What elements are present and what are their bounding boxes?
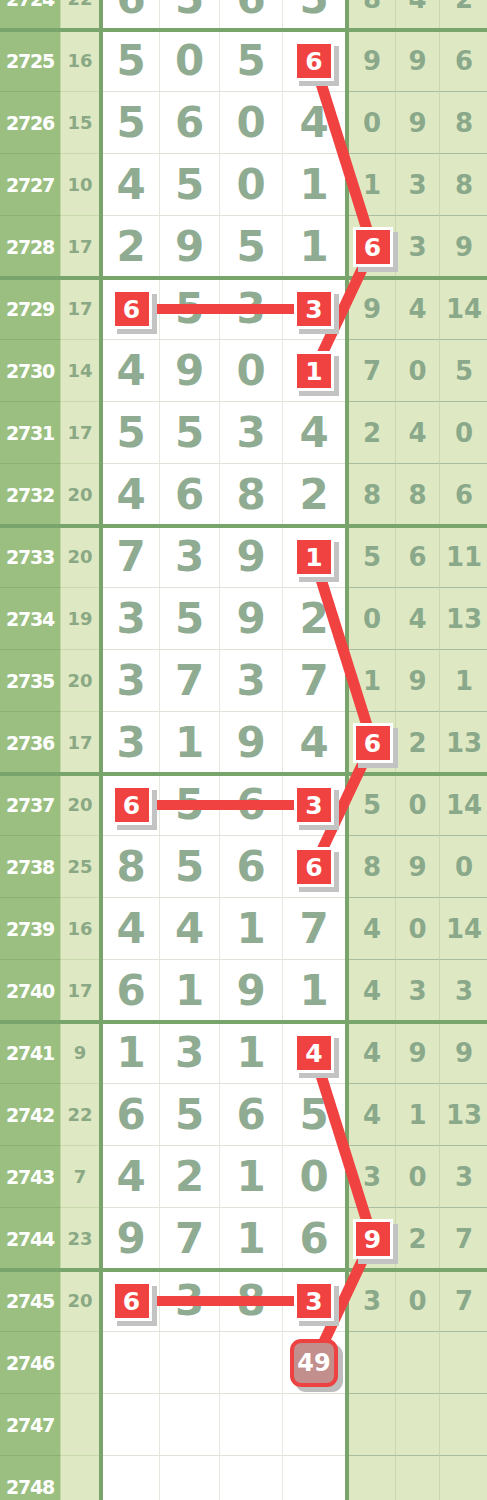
draw-number-cell: 2727 [0,154,61,216]
back-digit-cell [440,1456,487,1500]
back-digit-cell: 14 [440,278,487,340]
draw-number-cell: 2735 [0,650,61,712]
back-digit-cell: 4 [396,402,440,464]
hit-mark-box: 1 [294,537,334,577]
front-sum-cell [61,1394,99,1456]
front-digit-cell: 4 [103,898,160,960]
next-draw-box: 49 [290,1339,338,1387]
back-digit-cell: 2 [349,402,396,464]
front-sum-cell: 23 [61,1208,99,1270]
front-digit-cell: 7 [160,1208,220,1270]
front-digit-cell [103,1394,160,1456]
back-digit-cell: 6 [396,526,440,588]
front-digit-cell [283,1456,345,1500]
draw-number-cell: 2744 [0,1208,61,1270]
draw-number-cell: 2747 [0,1394,61,1456]
front-digit-cell: 5 [103,402,160,464]
front-digit-cell [160,1456,220,1500]
hit-mark-box: 6 [294,847,334,887]
back-digit-cell: 0 [396,1146,440,1208]
front-digit-cell: 4 [283,402,345,464]
lottery-trend-chart-screen: 2724226565842272516505699627261556040982… [0,0,487,1500]
front-digit-cell: 5 [160,774,220,836]
front-digit-cell: 0 [220,154,283,216]
front-digit-cell: 9 [160,216,220,278]
back-digit-cell: 6 [440,464,487,526]
draw-number-cell: 2726 [0,92,61,154]
front-digit-cell: 9 [220,712,283,774]
front-digit-cell: 5 [160,588,220,650]
hit-mark-box: 6 [294,41,334,81]
front-sum-cell: 17 [61,278,99,340]
back-digit-cell: 8 [396,464,440,526]
back-digit-cell [349,1394,396,1456]
front-digit-cell: 3 [160,526,220,588]
back-digit-cell: 0 [349,92,396,154]
front-digit-cell: 9 [220,588,283,650]
front-digit-cell: 8 [220,1270,283,1332]
back-digit-cell [440,1394,487,1456]
front-digit-cell [103,1332,160,1394]
front-digit-cell: 4 [160,898,220,960]
back-digit-cell [349,1332,396,1394]
back-digit-cell: 7 [349,340,396,402]
front-digit-cell: 3 [103,588,160,650]
front-digit-cell: 5 [160,278,220,340]
front-sum-cell: 20 [61,464,99,526]
back-digit-cell: 13 [440,1084,487,1146]
back-digit-cell: 0 [440,402,487,464]
draw-number-cell: 2725 [0,30,61,92]
draw-number-cell: 2724 [0,0,61,30]
front-digit-cell: 4 [103,154,160,216]
back-digit-cell [396,1456,440,1500]
draw-number-cell: 2732 [0,464,61,526]
hit-mark-box: 4 [294,1033,334,1073]
front-sum-cell [61,1456,99,1500]
back-digit-cell: 3 [440,1146,487,1208]
back-digit-cell: 9 [440,216,487,278]
back-digit-cell: 8 [440,92,487,154]
front-sum-cell: 22 [61,0,99,30]
front-digit-cell: 0 [160,30,220,92]
hit-mark-box: 6 [112,1281,152,1321]
draw-number-cell: 2745 [0,1270,61,1332]
hit-mark-box: 3 [294,785,334,825]
front-digit-cell: 5 [283,1084,345,1146]
front-sum-cell: 17 [61,216,99,278]
front-digit-cell: 8 [103,836,160,898]
front-digit-cell: 2 [160,1146,220,1208]
front-digit-cell: 4 [103,340,160,402]
back-digit-cell: 9 [349,30,396,92]
front-digit-cell [220,1456,283,1500]
front-sum-cell: 7 [61,1146,99,1208]
back-digit-cell: 1 [440,650,487,712]
back-digit-cell: 8 [440,154,487,216]
draw-number-cell: 2733 [0,526,61,588]
front-digit-cell: 1 [160,960,220,1022]
front-digit-cell: 0 [220,340,283,402]
front-digit-cell: 7 [283,898,345,960]
back-digit-cell: 0 [396,898,440,960]
front-digit-cell: 3 [220,402,283,464]
front-digit-cell: 5 [103,30,160,92]
front-sum-cell: 16 [61,30,99,92]
draw-number-cell: 2734 [0,588,61,650]
front-digit-cell: 9 [103,1208,160,1270]
front-digit-cell: 6 [160,92,220,154]
back-digit-cell: 3 [349,1146,396,1208]
back-digit-cell [396,1394,440,1456]
front-sum-cell: 17 [61,960,99,1022]
front-digit-cell: 6 [160,464,220,526]
draw-number-cell: 2738 [0,836,61,898]
front-digit-cell: 6 [103,0,160,30]
front-digit-cell: 6 [220,1084,283,1146]
front-digit-cell: 1 [283,960,345,1022]
front-digit-cell: 4 [283,92,345,154]
back-digit-cell: 1 [349,650,396,712]
draw-number-cell: 2730 [0,340,61,402]
front-digit-cell: 4 [283,712,345,774]
front-digit-cell: 2 [283,588,345,650]
back-digit-cell: 0 [396,1270,440,1332]
front-digit-cell: 1 [220,1146,283,1208]
front-digit-cell: 0 [283,1146,345,1208]
front-digit-cell: 7 [283,650,345,712]
back-digit-cell: 3 [349,1270,396,1332]
front-sum-cell: 10 [61,154,99,216]
hit-mark-box: 3 [294,289,334,329]
back-digit-cell: 2 [396,712,440,774]
front-digit-cell: 4 [103,1146,160,1208]
front-digit-cell: 3 [103,650,160,712]
front-digit-cell: 7 [103,526,160,588]
back-digit-cell: 0 [396,774,440,836]
front-digit-cell: 0 [220,92,283,154]
front-digit-cell: 5 [160,402,220,464]
back-digit-cell: 6 [440,30,487,92]
back-digit-cell: 9 [396,836,440,898]
back-digit-cell [440,1332,487,1394]
draw-number-cell: 2741 [0,1022,61,1084]
back-digit-cell: 9 [396,92,440,154]
group-separator [0,276,487,280]
front-sum-cell: 16 [61,898,99,960]
front-digit-cell: 5 [160,0,220,30]
front-digit-cell [160,1394,220,1456]
front-digit-cell [283,1394,345,1456]
front-sum-cell: 17 [61,712,99,774]
back-digit-cell: 8 [349,464,396,526]
draw-number-cell: 2746 [0,1332,61,1394]
front-digit-cell: 5 [220,30,283,92]
draw-number-cell: 2742 [0,1084,61,1146]
hit-mark-box: 1 [294,351,334,391]
draw-number-cell: 2748 [0,1456,61,1500]
front-digit-cell: 2 [103,216,160,278]
back-digit-cell [349,1456,396,1500]
back-digit-cell: 2 [440,0,487,30]
back-digit-cell: 2 [396,1208,440,1270]
front-digit-cell: 2 [283,464,345,526]
back-digit-cell: 9 [396,1022,440,1084]
front-sum-cell: 19 [61,588,99,650]
back-digit-cell: 11 [440,526,487,588]
draw-number-cell: 2729 [0,278,61,340]
front-sum-cell: 25 [61,836,99,898]
back-digit-cell: 4 [349,898,396,960]
front-digit-cell: 3 [220,650,283,712]
back-digit-cell: 0 [396,340,440,402]
front-digit-cell [160,1332,220,1394]
front-sum-cell: 14 [61,340,99,402]
draw-number-cell: 2728 [0,216,61,278]
back-digit-cell: 5 [440,340,487,402]
back-digit-cell: 5 [349,526,396,588]
back-digit-cell: 14 [440,774,487,836]
front-digit-cell: 3 [103,712,160,774]
hit-mark-box: 6 [112,785,152,825]
front-digit-cell: 5 [160,1084,220,1146]
draw-number-cell: 2737 [0,774,61,836]
front-digit-cell: 6 [103,1084,160,1146]
back-digit-cell: 3 [396,960,440,1022]
group-separator [0,1020,487,1024]
back-digit-cell: 4 [396,278,440,340]
front-sum-cell: 20 [61,774,99,836]
front-digit-cell: 9 [220,526,283,588]
back-digit-cell: 7 [440,1208,487,1270]
front-digit-cell: 1 [160,712,220,774]
front-digit-cell: 1 [220,898,283,960]
back-digit-cell: 0 [440,836,487,898]
front-digit-cell: 8 [220,464,283,526]
front-digit-cell: 6 [283,1208,345,1270]
back-digit-cell: 3 [396,154,440,216]
back-digit-cell: 1 [396,1084,440,1146]
hit-mark-box: 6 [353,227,393,267]
front-sum-cell: 9 [61,1022,99,1084]
back-digit-cell: 9 [349,278,396,340]
draw-number-cell: 2736 [0,712,61,774]
back-digit-cell: 13 [440,588,487,650]
front-sum-cell [61,1332,99,1394]
front-digit-cell: 9 [160,340,220,402]
hit-mark-box: 6 [353,723,393,763]
front-digit-cell: 5 [283,0,345,30]
draw-number-cell: 2740 [0,960,61,1022]
front-digit-cell [103,1456,160,1500]
front-digit-cell: 1 [220,1208,283,1270]
front-sum-cell: 20 [61,526,99,588]
draw-number-cell: 2739 [0,898,61,960]
back-digit-cell: 8 [349,836,396,898]
back-digit-cell: 7 [440,1270,487,1332]
front-digit-cell: 6 [220,774,283,836]
front-digit-cell [220,1332,283,1394]
front-digit-cell: 1 [103,1022,160,1084]
front-digit-cell: 6 [220,0,283,30]
back-digit-cell: 9 [440,1022,487,1084]
back-digit-cell: 8 [349,0,396,30]
front-sum-cell: 22 [61,1084,99,1146]
hit-mark-box: 6 [112,289,152,329]
front-digit-cell: 5 [160,836,220,898]
back-digit-cell: 4 [396,588,440,650]
back-digit-cell [396,1332,440,1394]
front-sum-cell: 20 [61,650,99,712]
front-sum-cell: 15 [61,92,99,154]
back-digit-cell: 4 [349,1084,396,1146]
front-digit-cell [220,1394,283,1456]
front-digit-cell: 5 [103,92,160,154]
group-separator [0,524,487,528]
front-digit-cell: 1 [283,154,345,216]
draw-number-cell: 2743 [0,1146,61,1208]
front-digit-cell: 7 [160,650,220,712]
front-digit-cell: 3 [160,1022,220,1084]
front-sum-cell: 17 [61,402,99,464]
group-separator [0,1268,487,1272]
back-digit-cell: 0 [349,588,396,650]
group-separator [0,28,487,32]
trend-table: 2724226565842272516505699627261556040982… [0,0,487,1500]
back-digit-cell: 9 [396,30,440,92]
back-digit-cell: 5 [349,774,396,836]
front-digit-cell: 6 [103,960,160,1022]
front-sum-cell: 20 [61,1270,99,1332]
front-digit-cell: 3 [160,1270,220,1332]
front-digit-cell: 1 [220,1022,283,1084]
front-digit-cell: 3 [220,278,283,340]
back-digit-cell: 13 [440,712,487,774]
back-digit-cell: 4 [349,960,396,1022]
hit-mark-box: 3 [294,1281,334,1321]
back-digit-cell: 1 [349,154,396,216]
hit-mark-box: 9 [353,1219,393,1259]
back-digit-cell: 3 [396,216,440,278]
back-digit-cell: 9 [396,650,440,712]
draw-number-cell: 2731 [0,402,61,464]
back-digit-cell: 4 [349,1022,396,1084]
back-digit-cell: 3 [440,960,487,1022]
front-digit-cell: 9 [220,960,283,1022]
front-digit-cell: 5 [220,216,283,278]
front-digit-cell: 6 [220,836,283,898]
back-digit-cell: 14 [440,898,487,960]
front-digit-cell: 4 [103,464,160,526]
group-separator [0,772,487,776]
back-digit-cell: 4 [396,0,440,30]
front-digit-cell: 5 [160,154,220,216]
front-digit-cell: 1 [283,216,345,278]
